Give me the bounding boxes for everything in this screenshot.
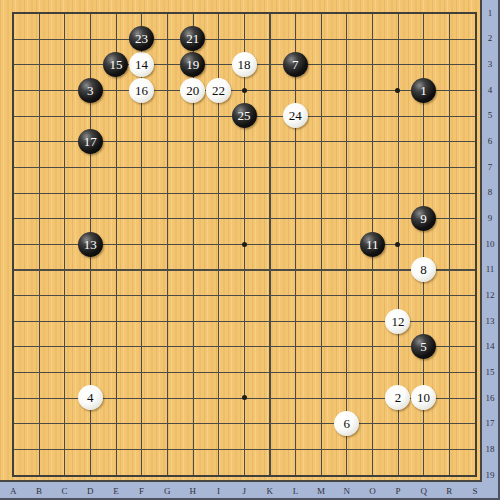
stone-white-q16[interactable]: 10 — [411, 385, 436, 410]
stone-white-f3[interactable]: 14 — [129, 52, 154, 77]
stone-white-p13[interactable]: 12 — [385, 309, 410, 334]
column-label-k: K — [261, 486, 279, 497]
stone-black-q4[interactable]: 1 — [411, 78, 436, 103]
stone-black-q14[interactable]: 5 — [411, 334, 436, 359]
row-label-2: 2 — [482, 33, 498, 44]
stone-white-i4[interactable]: 22 — [206, 78, 231, 103]
stone-white-f4[interactable]: 16 — [129, 78, 154, 103]
stone-black-h2[interactable]: 21 — [180, 26, 205, 51]
column-label-p: P — [389, 486, 407, 497]
star-point — [242, 395, 247, 400]
star-point — [395, 88, 400, 93]
stone-white-d16[interactable]: 4 — [78, 385, 103, 410]
stone-black-d10[interactable]: 13 — [78, 232, 103, 257]
stone-black-d4[interactable]: 3 — [78, 78, 103, 103]
row-label-18: 18 — [482, 444, 498, 455]
row-label-12: 12 — [482, 290, 498, 301]
column-label-n: N — [338, 486, 356, 497]
row-label-13: 13 — [482, 316, 498, 327]
stone-black-j5[interactable]: 25 — [232, 103, 257, 128]
row-label-4: 4 — [482, 85, 498, 96]
star-point — [395, 242, 400, 247]
column-label-b: B — [30, 486, 48, 497]
stone-black-q9[interactable]: 9 — [411, 206, 436, 231]
stone-white-p16[interactable]: 2 — [385, 385, 410, 410]
row-label-1: 1 — [482, 8, 498, 19]
row-label-3: 3 — [482, 59, 498, 70]
stone-white-l5[interactable]: 24 — [283, 103, 308, 128]
stone-white-j3[interactable]: 18 — [232, 52, 257, 77]
go-board-diagram: 1234567891011121314151617181920212223242… — [0, 0, 500, 500]
column-label-a: A — [4, 486, 22, 497]
stone-white-h4[interactable]: 20 — [180, 78, 205, 103]
column-label-i: I — [210, 486, 228, 497]
row-label-6: 6 — [482, 136, 498, 147]
row-label-17: 17 — [482, 418, 498, 429]
column-label-e: E — [107, 486, 125, 497]
stone-white-n17[interactable]: 6 — [334, 411, 359, 436]
column-label-j: J — [235, 486, 253, 497]
stone-black-h3[interactable]: 19 — [180, 52, 205, 77]
row-label-7: 7 — [482, 162, 498, 173]
column-label-c: C — [56, 486, 74, 497]
row-label-14: 14 — [482, 341, 498, 352]
column-label-m: M — [312, 486, 330, 497]
column-label-s: S — [466, 486, 484, 497]
column-label-l: L — [286, 486, 304, 497]
column-label-o: O — [363, 486, 381, 497]
column-label-h: H — [184, 486, 202, 497]
row-label-16: 16 — [482, 393, 498, 404]
stone-black-l3[interactable]: 7 — [283, 52, 308, 77]
stone-black-d6[interactable]: 17 — [78, 129, 103, 154]
row-label-11: 11 — [482, 264, 498, 275]
column-label-q: Q — [415, 486, 433, 497]
star-point — [242, 242, 247, 247]
star-point — [242, 88, 247, 93]
column-label-f: F — [133, 486, 151, 497]
go-board-grid[interactable]: 1234567891011121314151617181920212223242… — [1, 1, 488, 488]
stone-black-e3[interactable]: 15 — [103, 52, 128, 77]
row-label-9: 9 — [482, 213, 498, 224]
column-label-g: G — [158, 486, 176, 497]
stone-white-q11[interactable]: 8 — [411, 257, 436, 282]
row-label-10: 10 — [482, 239, 498, 250]
column-label-r: R — [440, 486, 458, 497]
row-label-8: 8 — [482, 187, 498, 198]
stone-black-f2[interactable]: 23 — [129, 26, 154, 51]
stone-black-o10[interactable]: 11 — [360, 232, 385, 257]
row-label-15: 15 — [482, 367, 498, 378]
row-label-19: 19 — [482, 470, 498, 481]
row-label-5: 5 — [482, 110, 498, 121]
column-label-d: D — [81, 486, 99, 497]
